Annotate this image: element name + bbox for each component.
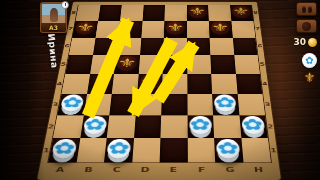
- black-checker-g7[interactable]: ⚜: [211, 22, 231, 35]
- square-e2[interactable]: [160, 115, 187, 138]
- square-d6[interactable]: [140, 37, 164, 55]
- white-checker-a3[interactable]: ✿: [60, 95, 84, 112]
- square-f7[interactable]: [187, 21, 210, 38]
- square-e6[interactable]: [163, 37, 187, 55]
- blue-swirl-emblem-icon: ✿: [242, 117, 264, 132]
- black-checker-h8[interactable]: ⚜: [231, 6, 251, 19]
- file-label-E: E: [159, 166, 188, 176]
- square-a7[interactable]: ⚜: [72, 21, 97, 38]
- square-b2[interactable]: ✿: [80, 115, 109, 138]
- coin-amount: 30: [293, 37, 306, 47]
- black-side-indicator-icon: ⚜: [302, 70, 317, 85]
- blue-swirl-emblem-icon: ✿: [217, 140, 239, 156]
- blue-swirl-emblem-icon: ✿: [62, 96, 84, 110]
- square-d7[interactable]: [141, 21, 164, 38]
- black-checker-c5[interactable]: ⚜: [116, 56, 137, 71]
- rank-label-right-5: 5: [258, 55, 266, 74]
- square-e3[interactable]: [161, 94, 187, 115]
- square-f5[interactable]: [187, 55, 211, 74]
- rank-label-right-3: 3: [263, 94, 272, 115]
- square-c1[interactable]: ✿: [104, 138, 134, 162]
- gold-eagle-emblem-icon: ⚜: [75, 22, 95, 33]
- square-b7[interactable]: [95, 21, 120, 38]
- square-d8[interactable]: [142, 5, 165, 21]
- square-a8[interactable]: [76, 5, 101, 21]
- black-checker-a7[interactable]: ⚜: [75, 22, 96, 35]
- file-label-A: A: [45, 166, 75, 176]
- square-h3[interactable]: [237, 94, 265, 115]
- square-b1[interactable]: [76, 138, 107, 162]
- white-checker-c1[interactable]: ✿: [107, 139, 132, 158]
- square-h7[interactable]: [231, 21, 255, 38]
- white-checker-b2[interactable]: ✿: [83, 116, 108, 134]
- square-a1[interactable]: ✿: [48, 138, 80, 162]
- board-grid: ⚜⚜⚜⚜⚜⚜⚜✿✿✿✿✿✿✿✿: [47, 5, 272, 163]
- square-e1[interactable]: [160, 138, 188, 162]
- black-checker-f8[interactable]: ⚜: [188, 6, 207, 19]
- square-a5[interactable]: [65, 55, 92, 74]
- rank-label-right-6: 6: [256, 37, 264, 55]
- dark-disc-icon: [302, 22, 311, 31]
- square-f6[interactable]: [187, 37, 211, 55]
- square-e8[interactable]: [164, 5, 186, 21]
- rank-label-right-4: 4: [261, 74, 270, 94]
- coin-icon: [308, 38, 317, 47]
- square-b8[interactable]: [98, 5, 122, 21]
- square-e5[interactable]: [163, 55, 187, 74]
- square-h6[interactable]: [232, 37, 257, 55]
- file-label-D: D: [131, 166, 160, 176]
- square-g6[interactable]: [210, 37, 234, 55]
- file-labels: ABCDEFGH: [45, 166, 274, 176]
- square-c7[interactable]: [118, 21, 142, 38]
- square-g4[interactable]: [211, 74, 237, 94]
- square-a3[interactable]: ✿: [57, 94, 86, 115]
- file-label-C: C: [102, 166, 131, 176]
- square-e7[interactable]: ⚜: [164, 21, 187, 38]
- wooden-button-bottom[interactable]: [296, 19, 317, 33]
- blue-swirl-emblem-icon: ✿: [84, 117, 106, 132]
- white-checker-f2[interactable]: ✿: [189, 116, 212, 134]
- black-checker-e7[interactable]: ⚜: [166, 22, 185, 35]
- square-d3[interactable]: [135, 94, 162, 115]
- square-b5[interactable]: [90, 55, 116, 74]
- square-g1[interactable]: ✿: [214, 138, 243, 162]
- square-h2[interactable]: ✿: [239, 115, 268, 138]
- square-d1[interactable]: [132, 138, 161, 162]
- square-f2[interactable]: ✿: [187, 115, 214, 138]
- square-e4[interactable]: [162, 74, 187, 94]
- white-checker-h2[interactable]: ✿: [241, 116, 265, 134]
- square-h1[interactable]: [241, 138, 271, 162]
- file-label-H: H: [244, 166, 273, 176]
- square-d4[interactable]: ⚜: [137, 74, 163, 94]
- square-b6[interactable]: [93, 37, 119, 55]
- file-label-B: B: [73, 166, 103, 176]
- square-d2[interactable]: [134, 115, 162, 138]
- blue-swirl-emblem-icon: ✿: [108, 140, 130, 156]
- game-screen: ⚜⚜⚜⚜⚜⚜⚜✿✿✿✿✿✿✿✿ ABCDEFGH 87654321 876543…: [0, 0, 320, 180]
- white-checker-g3[interactable]: ✿: [214, 95, 236, 112]
- square-a4[interactable]: [62, 74, 90, 94]
- square-d5[interactable]: [138, 55, 163, 74]
- gold-eagle-emblem-icon: ⚜: [166, 22, 185, 33]
- black-checker-d4[interactable]: ⚜: [139, 75, 161, 91]
- gold-eagle-emblem-icon: ⚜: [139, 76, 160, 89]
- wooden-button-top[interactable]: [296, 2, 317, 16]
- board-frame: ⚜⚜⚜⚜⚜⚜⚜✿✿✿✿✿✿✿✿ ABCDEFGH 87654321 876543…: [37, 2, 281, 180]
- square-g2[interactable]: [213, 115, 241, 138]
- square-h8[interactable]: ⚜: [230, 5, 254, 21]
- player-avatar-card[interactable]: A3: [40, 2, 67, 33]
- square-f3[interactable]: [187, 94, 213, 115]
- rank-label-right-8: 8: [252, 5, 259, 21]
- square-g7[interactable]: ⚜: [209, 21, 233, 38]
- blue-swirl-emblem-icon: ✿: [53, 140, 77, 156]
- square-g3[interactable]: ✿: [212, 94, 239, 115]
- button-pip-icon: [308, 6, 312, 13]
- square-a2[interactable]: [53, 115, 83, 138]
- rank-label-right-7: 7: [254, 21, 262, 38]
- square-c3[interactable]: [109, 94, 136, 115]
- white-side-indicator-icon: ✿: [302, 53, 317, 68]
- coin-counter[interactable]: 30: [293, 37, 317, 47]
- square-c8[interactable]: [120, 5, 143, 21]
- gold-eagle-emblem-icon: ⚜: [232, 7, 251, 17]
- square-f1[interactable]: [187, 138, 215, 162]
- avatar-photo: [50, 8, 58, 22]
- square-b4[interactable]: [87, 74, 114, 94]
- gold-eagle-emblem-icon: ⚜: [117, 57, 138, 69]
- gold-eagle-emblem-icon: ⚜: [188, 7, 206, 17]
- blue-swirl-emblem-icon: ✿: [215, 96, 235, 110]
- league-badge: A3: [41, 23, 66, 32]
- square-c5[interactable]: ⚜: [114, 55, 140, 74]
- square-c6[interactable]: [116, 37, 141, 55]
- square-b3[interactable]: [83, 94, 111, 115]
- white-checker-a1[interactable]: ✿: [51, 139, 77, 158]
- square-c2[interactable]: [107, 115, 136, 138]
- square-g8[interactable]: [208, 5, 231, 21]
- square-g5[interactable]: [210, 55, 235, 74]
- blue-swirl-emblem-icon: ✿: [190, 117, 210, 132]
- square-a6[interactable]: [69, 37, 95, 55]
- timer-badge-icon: [61, 1, 69, 9]
- button-pip-icon: [302, 6, 306, 13]
- square-h4[interactable]: [235, 74, 262, 94]
- file-label-F: F: [188, 166, 217, 176]
- player-name: Ирина: [46, 33, 60, 69]
- file-label-G: G: [216, 166, 245, 176]
- square-f8[interactable]: ⚜: [187, 5, 209, 21]
- checkers-board-3d: ⚜⚜⚜⚜⚜⚜⚜✿✿✿✿✿✿✿✿ ABCDEFGH 87654321 876543…: [37, 2, 281, 180]
- square-c4[interactable]: [112, 74, 139, 94]
- white-checker-g1[interactable]: ✿: [216, 139, 240, 158]
- gold-eagle-emblem-icon: ⚜: [211, 22, 230, 33]
- square-h5[interactable]: [234, 55, 260, 74]
- square-f4[interactable]: [187, 74, 212, 94]
